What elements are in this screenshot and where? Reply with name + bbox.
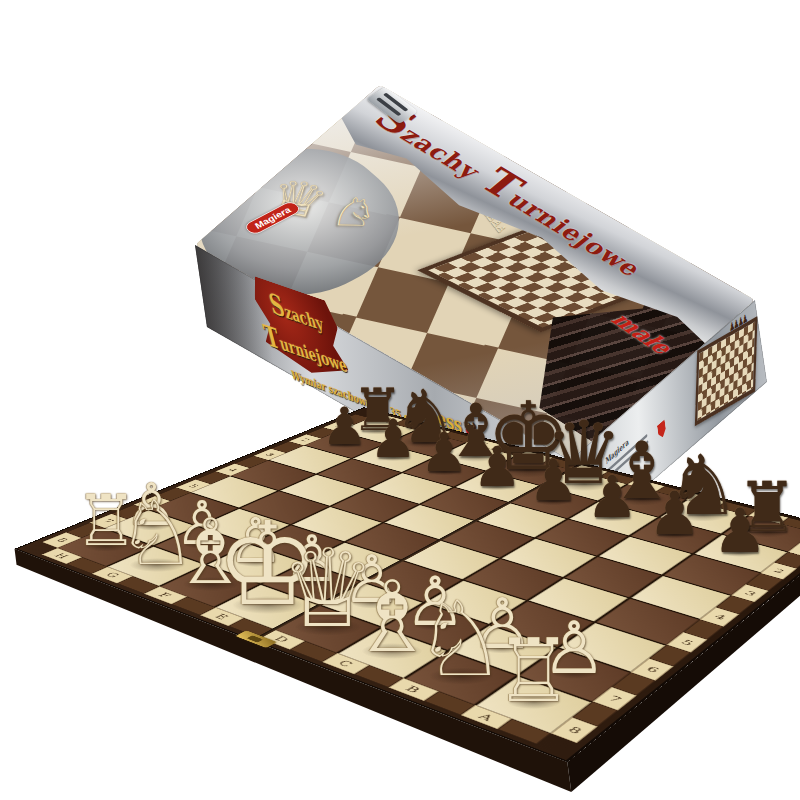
pieces-layer: ♜♞♝♛♚♝♞♜♟♟♟♟♟♟♟♟♙♙♙♙♙♙♙♙♖♘♗♕♔♗♘♖: [0, 0, 800, 800]
open-board-thumbnail: ♙♙♙♙♙ ♟♟♟♟♟: [405, 193, 672, 362]
square-D6: [364, 561, 462, 602]
box-checkerboard-art: [195, 85, 755, 460]
square-A7: [519, 649, 629, 702]
rank-labels-top: 87654321: [42, 414, 370, 548]
coordinate-label-cell: 4: [215, 464, 249, 476]
thumbnail-black-pieces: ♟♟♟♟♟: [608, 268, 643, 301]
square-F7: [207, 545, 303, 584]
coordinate-label-cell: 7: [89, 514, 127, 529]
border-cell: [354, 665, 403, 687]
square-D7: [321, 583, 422, 627]
piece-white-bishop: ♗: [348, 567, 436, 665]
product-photo: ♕ ♘ ♙♙♙♙♙ ♟♟♟♟♟ SzachyTurniejowe małe Ma…: [0, 0, 800, 800]
shield-title-word2: Turniejowe: [260, 316, 350, 380]
square-G7: [154, 527, 247, 564]
border-cell: [649, 645, 691, 667]
piece-shadow: [480, 481, 514, 490]
square-E7: [262, 563, 360, 604]
piece-black-rook: ♜: [736, 474, 798, 543]
piece-white-pawn: ♙: [342, 547, 401, 613]
rank-labels-bottom: 87654321: [551, 532, 800, 743]
coordinate-label: 4: [225, 467, 239, 472]
dark-armor-art: [455, 233, 755, 452]
square-E5: [346, 523, 438, 560]
square-C7: [383, 603, 487, 650]
border-cell: [290, 641, 337, 662]
piece-white-pawn: ♙: [125, 477, 178, 536]
square-F8: [160, 565, 259, 607]
piece-black-knight: ♞: [666, 445, 740, 528]
piece-white-knight: ♘: [117, 489, 197, 578]
square-C3: [536, 519, 627, 555]
square-D3: [477, 503, 566, 537]
square-F6: [251, 525, 344, 562]
square-H8: [58, 529, 152, 566]
coordinate-label: 1: [332, 424, 345, 428]
file-labels-left: HGFEDCBA: [42, 548, 551, 744]
border-cell: [235, 456, 269, 468]
border-cell: [424, 691, 475, 715]
piece-black-pawn: ♟: [473, 439, 522, 494]
coordinate-label: 5: [678, 638, 695, 647]
piece-white-bishop: ♗: [170, 508, 251, 598]
coordinate-label: 8: [565, 725, 584, 736]
piece-black-king: ♚: [486, 390, 570, 484]
piece-shadow: [359, 425, 395, 434]
piece-white-pawn: ♙: [283, 528, 340, 592]
piece-black-pawn: ♟: [322, 401, 368, 452]
square-D4: [441, 521, 533, 557]
coordinate-label: 7: [605, 694, 624, 704]
coordinate-label-cell: 7: [592, 687, 637, 711]
coordinate-label: H: [379, 416, 394, 421]
square-E3: [421, 488, 508, 521]
piece-shadow: [134, 522, 170, 531]
fold-seam: [251, 462, 585, 641]
piece-shadow: [84, 540, 128, 551]
coordinate-label-cell: H: [370, 414, 403, 424]
box-title-word1: Szachy: [364, 96, 499, 186]
piece-shadow: [499, 462, 557, 477]
border-cell: [229, 618, 275, 638]
square-B1: [660, 500, 748, 534]
square-D5: [404, 541, 499, 580]
square-A8: [477, 677, 592, 734]
piece-shadow: [557, 477, 611, 491]
coordinate-label-cell: G: [417, 426, 451, 437]
border-cell: [271, 441, 304, 453]
square-C1: [599, 484, 685, 516]
piece-black-pawn: ♟: [712, 500, 767, 561]
coordinate-label-cell: 2: [760, 562, 797, 579]
piece-shadow: [721, 547, 759, 557]
piece-shadow: [362, 643, 423, 659]
square-G8: [107, 547, 203, 586]
coordinate-label-cell: 5: [176, 479, 211, 492]
square-G6: [199, 509, 290, 544]
square-F3: [368, 473, 453, 504]
coordinate-label-cell: 6: [134, 496, 171, 510]
coordinate-label: E: [212, 612, 231, 620]
piece-black-pawn: ♟: [528, 453, 579, 510]
border-cell: [543, 458, 580, 470]
square-A2: [695, 535, 788, 573]
border-cell: [441, 432, 476, 443]
english-title: Chess: [411, 396, 481, 443]
coordinate-label-cell: E: [517, 451, 553, 463]
coordinate-label: A: [476, 711, 497, 722]
shield-title: Szachy Turniejowe: [250, 280, 356, 401]
square-D8: [275, 606, 380, 653]
coordinate-label: D: [272, 635, 292, 644]
border-cell: [717, 502, 757, 516]
white-pieces-art: ♕ ♘: [260, 167, 388, 240]
square-A3: [664, 555, 760, 595]
piece-shadow: [292, 577, 332, 587]
coordinate-label: B: [403, 684, 423, 694]
piece-shadow: [414, 619, 456, 630]
board-front-edge: [567, 531, 800, 792]
knight-armor-art: [195, 125, 439, 321]
square-F2: [403, 458, 485, 487]
border-cell: [716, 595, 755, 614]
coordinate-label-cell: 8: [551, 717, 598, 743]
square-H1: [339, 418, 416, 443]
coordinate-label: 8: [53, 537, 70, 543]
square-F4: [331, 489, 418, 522]
border-cell: [155, 488, 191, 502]
coordinate-label-cell: 1: [788, 542, 800, 558]
dark-king-art-icon: ♚: [537, 463, 573, 527]
border-cell: [598, 472, 636, 485]
piece-shadow: [507, 695, 561, 709]
piece-shadow: [746, 527, 789, 538]
piece-shadow: [453, 450, 498, 462]
piece-shadow: [402, 436, 448, 448]
border-cell: [498, 719, 551, 744]
coordinate-label-cell: B: [389, 678, 439, 701]
thumbnail-board: [417, 227, 653, 332]
square-B4: [564, 557, 661, 598]
piece-shadow: [236, 557, 275, 567]
coordinate-label: A: [761, 513, 776, 519]
square-G5: [240, 491, 328, 524]
square-C5: [464, 559, 561, 600]
border-cell: [656, 486, 695, 499]
board-edge-faces: [0, 0, 800, 800]
mini-pawns-art: ♟♟♟♟: [729, 312, 747, 335]
coordinate-label-cell: B: [686, 494, 725, 507]
border-cell: [196, 471, 231, 484]
piece-black-knight: ♞: [392, 380, 458, 453]
dark-knight-art-icon: ♞: [457, 406, 502, 478]
coordinate-label-cell: C: [322, 653, 370, 675]
border-cell: [746, 573, 783, 591]
square-B7: [449, 625, 556, 675]
piece-white-king: ♔: [216, 507, 320, 623]
piece-black-pawn: ♟: [648, 484, 701, 544]
border-cell: [66, 557, 107, 573]
border-cell: [171, 597, 215, 615]
coordinate-label: D: [581, 468, 596, 474]
chess-board: 87654321 87654321 HGFEDCBA HGFEDCBA: [15, 407, 800, 762]
coordinate-label: B: [698, 497, 713, 503]
coordinate-label-cell: 2: [289, 434, 321, 445]
square-G2: [353, 444, 434, 472]
coordinate-label: E: [528, 454, 542, 459]
white-knight-art-icon: ♘: [328, 189, 379, 235]
coordinate-label-cell: 3: [731, 584, 769, 602]
dark-queen-art-icon: ♛: [499, 437, 537, 503]
square-H6: [149, 493, 237, 526]
board-scene: 87654321 87654321 HGFEDCBA HGFEDCBA: [0, 0, 800, 800]
coordinate-label-cell: E: [200, 607, 245, 626]
coordinate-label-cell: A: [460, 705, 512, 730]
coordinate-label: C: [638, 482, 653, 488]
border-cell: [339, 414, 370, 424]
square-H5: [191, 476, 277, 507]
piece-white-pawn: ♙: [228, 510, 284, 572]
square-E8: [216, 585, 318, 629]
border-cell: [66, 523, 105, 538]
coordinate-label-cell: D: [259, 629, 305, 649]
brand-logo: Magiera: [243, 200, 303, 236]
brass-clasp-icon: [235, 630, 276, 648]
piece-shadow: [129, 558, 184, 572]
coordinate-label: 4: [711, 613, 727, 621]
square-A5: [597, 599, 700, 645]
square-B5: [528, 578, 628, 621]
square-C2: [569, 501, 657, 535]
white-queen-art-icon: ♕: [260, 167, 337, 230]
piece-black-pawn: ♟: [370, 413, 417, 466]
coordinate-label: 7: [100, 518, 116, 524]
square-C4: [501, 539, 595, 577]
square-E6: [306, 543, 401, 582]
piece-shadow: [677, 509, 728, 522]
coordinate-label: H: [52, 552, 71, 560]
coordinate-label: F: [156, 591, 174, 599]
piece-white-pawn: ♙: [405, 567, 466, 635]
dark-pieces-art: ♞ ♛ ♚: [195, 245, 570, 460]
border-cell: [112, 505, 149, 519]
box-top-face: ♕ ♘ ♙♙♙♙♙ ♟♟♟♟♟ SzachyTurniejowe małe Ma…: [195, 85, 755, 460]
square-B6: [490, 601, 593, 647]
square-B8: [405, 651, 516, 704]
piece-shadow: [232, 596, 304, 614]
border-cell: [780, 518, 800, 533]
square-G4: [280, 475, 365, 506]
board-frame: [15, 407, 800, 762]
square-H4: [231, 461, 314, 491]
square-A4: [631, 576, 730, 619]
piece-white-knight: ♘: [414, 587, 507, 691]
piece-shadow: [429, 667, 493, 684]
coordinate-label-cell: 5: [666, 632, 707, 653]
border-cell: [491, 444, 527, 455]
box-right-face: Magiera ♟♟♟♟: [570, 300, 767, 542]
piece-shadow: [427, 467, 460, 476]
board-left-edge: [15, 549, 572, 792]
shield-logo: Szachy Turniejowe: [248, 274, 356, 401]
square-E1: [488, 456, 570, 485]
shield-icon: [248, 274, 352, 387]
piece-black-queen: ♛: [545, 410, 623, 497]
board-dimension-text: Wymiar szachownicy: 35 cm: [289, 367, 418, 428]
border-cell: [393, 420, 427, 430]
square-E4: [385, 505, 475, 539]
square-A1: [723, 516, 800, 552]
coordinate-label-cell: 1: [323, 421, 354, 432]
piece-shadow: [183, 577, 239, 591]
shield-title-word1: Szachy: [265, 285, 326, 339]
metal-buckle-icon: [366, 87, 418, 124]
coordinate-label-cell: F: [466, 438, 501, 449]
square-F5: [292, 507, 382, 542]
coordinate-label-cell: A: [748, 510, 789, 524]
size-label: małe: [606, 308, 678, 358]
square-H7: [105, 510, 196, 545]
coordinate-label: 2: [771, 567, 786, 574]
piece-black-bishop: ♝: [443, 393, 509, 466]
box-haze-overlay: [195, 85, 755, 460]
square-B2: [630, 518, 721, 554]
piece-shadow: [295, 619, 362, 636]
board-squares: [58, 418, 800, 733]
piece-white-rook: ♖: [74, 486, 137, 557]
mini-shield-icon: [657, 419, 667, 440]
square-D1: [542, 470, 626, 501]
coordinate-label: 6: [144, 500, 159, 506]
square-E2: [455, 471, 539, 502]
piece-white-rook: ♖: [494, 628, 572, 715]
coordinate-label: F: [476, 441, 490, 446]
coordinate-label: 2: [298, 438, 311, 443]
maker-text-bar: [608, 440, 649, 479]
square-B3: [598, 537, 692, 575]
chess-box: ♕ ♘ ♙♙♙♙♙ ♟♟♟♟♟ SzachyTurniejowe małe Ma…: [0, 0, 800, 800]
poland-flag-icon: [463, 422, 481, 441]
piece-shadow: [617, 493, 666, 506]
piece-black-bishop: ♝: [606, 432, 677, 511]
coordinate-label: G: [427, 429, 441, 434]
piece-shadow: [481, 642, 524, 653]
coordinate-label: G: [103, 571, 122, 579]
piece-black-pawn: ♟: [586, 468, 638, 526]
border-cell: [774, 552, 800, 569]
maker-text-bar: [607, 434, 648, 473]
square-H3: [269, 446, 350, 474]
square-H2: [305, 432, 384, 459]
square-A6: [559, 623, 665, 672]
coordinate-label-cell: D: [571, 465, 608, 477]
piece-white-pawn: ♙: [175, 493, 229, 553]
box-front-face: Szachy Turniejowe Wymiar szachownicy: 35…: [195, 245, 582, 542]
square-C6: [425, 580, 525, 624]
thumbnail-white-pieces: ♙♙♙♙♙: [474, 200, 509, 233]
coordinate-label: 3: [742, 589, 758, 597]
border-cell: [572, 702, 618, 727]
mini-board-art: [695, 316, 758, 426]
coordinate-label-cell: H: [42, 548, 82, 564]
square-D2: [510, 486, 596, 518]
piece-white-queen: ♕: [280, 535, 377, 643]
coordinate-label-cell: G: [91, 567, 133, 584]
coordinate-label: 6: [643, 665, 661, 674]
box-title: SzachyTurniejowe: [364, 96, 668, 288]
piece-black-pawn: ♟: [420, 426, 468, 480]
coordinate-label-cell: 8: [42, 532, 81, 548]
coordinate-label-cell: 6: [631, 658, 674, 680]
piece-shadow: [594, 513, 630, 522]
square-G1: [386, 430, 465, 457]
border-cell: [117, 576, 159, 593]
piece-white-pawn: ♙: [542, 612, 607, 684]
maker-info: Magiera: [605, 421, 649, 479]
title-banner: [320, 85, 755, 359]
coordinate-label-cell: 4: [700, 607, 740, 626]
coordinate-label-cell: 3: [253, 449, 286, 461]
piece-shadow: [184, 539, 221, 549]
border-cell: [306, 427, 338, 438]
coordinate-label: C: [335, 659, 355, 669]
square-G3: [317, 459, 400, 488]
piece-white-pawn: ♙: [471, 589, 534, 659]
piece-shadow: [377, 453, 410, 461]
square-C8: [338, 628, 446, 678]
box-title-word2: Turniejowe: [470, 160, 660, 283]
piece-shadow: [329, 440, 361, 448]
piece-shadow: [536, 497, 571, 506]
maker-name: Magiera: [605, 421, 647, 466]
coordinate-label-cell: F: [144, 586, 187, 604]
coordinate-label: 5: [186, 483, 201, 488]
file-labels-right: HGFEDCBA: [370, 414, 800, 532]
piece-black-rook: ♜: [351, 381, 403, 439]
coordinate-label: 3: [263, 452, 277, 457]
border-cell: [683, 619, 723, 639]
coordinate-label-cell: C: [627, 479, 665, 492]
piece-shadow: [552, 667, 597, 679]
square-F1: [436, 443, 516, 471]
piece-shadow: [656, 529, 693, 539]
piece-shadow: [351, 597, 392, 608]
border-cell: [612, 672, 656, 695]
